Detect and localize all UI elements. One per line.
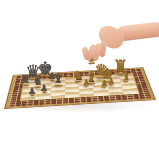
board-square[interactable]: [50, 95, 65, 99]
brass-pawn-glyph: ♟: [100, 80, 107, 87]
board-square[interactable]: [21, 97, 36, 101]
board-square[interactable]: [109, 92, 124, 96]
silver-pawn-glyph: ♟: [28, 87, 36, 95]
chess-piece-silver-pawn[interactable]: ♟: [28, 87, 36, 96]
silver-rook-glyph: ♜: [21, 75, 31, 85]
chess-piece-brass-pawn[interactable]: ♟: [100, 80, 107, 88]
brass-pawn-glyph: ♟: [82, 79, 89, 86]
chess-piece-silver-bishop[interactable]: ♝: [52, 73, 64, 86]
chess-piece-brass-pawn[interactable]: ♟: [82, 79, 89, 87]
board-square[interactable]: [79, 93, 94, 97]
chess-piece-silver-rook[interactable]: ♜: [21, 75, 31, 86]
finger-ring-icon: [99, 41, 107, 58]
chess-set-photo: ♚♛♜♞♝♟♟♟♜♛♚♝♞♝♟♟♟♞: [0, 0, 159, 159]
board-square[interactable]: [94, 93, 109, 97]
hand-palm: [95, 22, 128, 53]
board-square[interactable]: [123, 91, 138, 95]
board-square[interactable]: [65, 94, 80, 98]
board-square[interactable]: [35, 96, 50, 100]
chess-piece-silver-pawn[interactable]: ♟: [40, 84, 48, 93]
brass-bishop-glyph: ♝: [122, 72, 131, 81]
silver-pawn-glyph: ♟: [40, 84, 48, 92]
forearm: [115, 21, 159, 42]
chess-piece-brass-bishop[interactable]: ♝: [122, 72, 131, 82]
brass-pawn-glyph: ♟: [107, 78, 114, 85]
silver-bishop-glyph: ♝: [52, 73, 64, 85]
chess-piece-brass-pawn[interactable]: ♟: [107, 78, 114, 86]
